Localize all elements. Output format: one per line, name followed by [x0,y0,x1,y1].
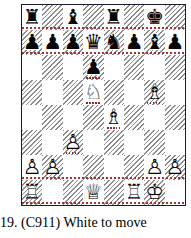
square-h8 [165,5,185,30]
black-rook-e8: ♜ [104,5,124,30]
square-b5 [42,80,62,105]
square-f4 [124,105,144,130]
square-g6 [144,55,164,80]
square-c5 [63,80,83,105]
square-g2: ♟♙ [144,155,164,180]
square-b1 [42,180,62,205]
square-f2 [124,155,144,180]
square-e2 [104,155,124,180]
square-a2: ♟♙ [22,155,42,180]
white-pawn-b2: ♟♙ [42,155,62,180]
square-g4 [144,105,164,130]
square-h7: ♟ [165,30,185,55]
square-g1: ♚♔ [144,180,164,205]
white-king-g1: ♚♔ [144,180,164,205]
square-f8 [124,5,144,30]
square-a7: ♟ [22,30,42,55]
white-knight-d5: ♞♘ [83,80,103,105]
square-g5: ♝♗ [144,80,164,105]
white-pawn-c3: ♟♙ [63,130,83,155]
square-d7: ♛ [83,30,103,55]
square-e8: ♜ [104,5,124,30]
square-a4 [22,105,42,130]
square-c6 [63,55,83,80]
square-f1: ♜♖ [124,180,144,205]
square-b6 [42,55,62,80]
square-f7: ♟ [124,30,144,55]
black-pawn-h7: ♟ [165,30,185,55]
square-c2 [63,155,83,180]
square-a6 [22,55,42,80]
black-bishop-g7: ♝ [144,30,164,55]
square-d4 [83,105,103,130]
square-d1: ♛♕ [83,180,103,205]
white-queen-d1: ♛♕ [83,180,103,205]
square-d5: ♞♘ [83,80,103,105]
square-c7: ♟ [63,30,83,55]
square-e3 [104,130,124,155]
square-h3 [165,130,185,155]
white-pawn-a2: ♟♙ [22,155,42,180]
square-f3 [124,130,144,155]
white-rook-a1: ♜♖ [22,180,42,205]
square-e7: ♞ [104,30,124,55]
square-e5 [104,80,124,105]
square-f6 [124,55,144,80]
white-bishop-g5: ♝♗ [144,80,164,105]
square-d6: ♟ [83,55,103,80]
square-a1: ♜♖ [22,180,42,205]
square-c3: ♟♙ [63,130,83,155]
square-b8 [42,5,62,30]
white-bishop-e4: ♝♗ [104,105,124,130]
square-c1 [63,180,83,205]
black-pawn-c7: ♟ [63,30,83,55]
square-b4 [42,105,62,130]
square-e1 [104,180,124,205]
square-f5 [124,80,144,105]
square-b2: ♟♙ [42,155,62,180]
square-c8: ♝ [63,5,83,30]
black-knight-e7: ♞ [104,30,124,55]
square-a3 [22,130,42,155]
square-b3 [42,130,62,155]
black-pawn-f7: ♟ [124,30,144,55]
black-queen-d7: ♛ [83,30,103,55]
square-e6 [104,55,124,80]
black-pawn-d6: ♟ [83,55,103,80]
square-g8: ♚ [144,5,164,30]
white-pawn-h2: ♟♙ [165,155,185,180]
square-d2 [83,155,103,180]
black-bishop-c8: ♝ [63,5,83,30]
caption: 19. (C911) White to move [0,215,147,231]
square-h2: ♟♙ [165,155,185,180]
square-h5 [165,80,185,105]
square-h4 [165,105,185,130]
white-rook-f1: ♜♖ [124,180,144,205]
square-d3 [83,130,103,155]
square-g3 [144,130,164,155]
white-pawn-g2: ♟♙ [144,155,164,180]
black-king-g8: ♚ [144,5,164,30]
square-g7: ♝ [144,30,164,55]
square-h1 [165,180,185,205]
black-rook-a8: ♜ [22,5,42,30]
square-a5 [22,80,42,105]
black-pawn-a7: ♟ [22,30,42,55]
square-c4 [63,105,83,130]
square-d8 [83,5,103,30]
square-a8: ♜ [22,5,42,30]
square-h6 [165,55,185,80]
square-e4: ♝♗ [104,105,124,130]
square-b7: ♟ [42,30,62,55]
black-pawn-b7: ♟ [42,30,62,55]
chess-board: ♜♝♜♚♟♟♟♛♞♟♝♟♟♞♘♝♗♝♗♟♙♟♙♟♙♟♙♟♙♜♖♛♕♜♖♚♔ [21,4,186,206]
